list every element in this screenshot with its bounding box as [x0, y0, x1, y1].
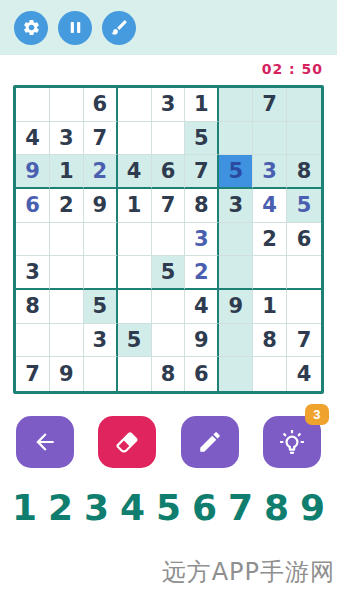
cell-r1c9[interactable] [287, 88, 321, 122]
cell-r6c1[interactable]: 3 [16, 256, 50, 290]
cell-r6c2[interactable] [50, 256, 84, 290]
cell-r4c3[interactable]: 9 [84, 189, 118, 223]
numpad-key-1[interactable]: 1 [12, 490, 37, 526]
cell-r2c5[interactable] [152, 122, 186, 156]
arrow-left-icon [32, 429, 58, 455]
cell-r6c8[interactable] [253, 256, 287, 290]
cell-r1c4[interactable] [118, 88, 152, 122]
cell-r9c9[interactable]: 4 [287, 357, 321, 391]
cell-r5c6[interactable]: 3 [185, 223, 219, 257]
cell-r1c6[interactable]: 1 [185, 88, 219, 122]
cell-r2c1[interactable]: 4 [16, 122, 50, 156]
top-toolbar [0, 0, 337, 55]
numpad-key-8[interactable]: 8 [264, 490, 289, 526]
cell-r8c5[interactable] [152, 324, 186, 358]
hint-button[interactable]: 3 [263, 416, 321, 468]
cell-r3c2[interactable]: 1 [50, 155, 84, 189]
cell-r9c1[interactable]: 7 [16, 357, 50, 391]
cell-r9c3[interactable] [84, 357, 118, 391]
cell-r7c9[interactable] [287, 290, 321, 324]
cell-r7c1[interactable]: 8 [16, 290, 50, 324]
cell-r1c1[interactable] [16, 88, 50, 122]
cell-r6c4[interactable] [118, 256, 152, 290]
numpad-key-3[interactable]: 3 [84, 490, 109, 526]
cell-r3c9[interactable]: 8 [287, 155, 321, 189]
cell-r5c2[interactable] [50, 223, 84, 257]
pencil-icon [197, 429, 223, 455]
cell-r9c4[interactable] [118, 357, 152, 391]
cell-r9c8[interactable] [253, 357, 287, 391]
cell-r1c2[interactable] [50, 88, 84, 122]
cell-r4c2[interactable]: 2 [50, 189, 84, 223]
cell-r1c5[interactable]: 3 [152, 88, 186, 122]
cell-r7c3[interactable]: 5 [84, 290, 118, 324]
cell-r2c9[interactable] [287, 122, 321, 156]
pause-icon [66, 18, 85, 37]
eraser-icon [114, 429, 140, 455]
number-pad: 1 2 3 4 5 6 7 8 9 [0, 490, 337, 526]
cell-r1c3[interactable]: 6 [84, 88, 118, 122]
cell-r8c2[interactable] [50, 324, 84, 358]
cell-r4c7[interactable]: 3 [219, 189, 253, 223]
timer-row: 02 : 50 [0, 55, 337, 83]
cell-r9c5[interactable]: 8 [152, 357, 186, 391]
cell-r5c8[interactable]: 2 [253, 223, 287, 257]
cell-r3c5[interactable]: 6 [152, 155, 186, 189]
paintbrush-icon [110, 18, 129, 37]
cell-r6c5[interactable]: 5 [152, 256, 186, 290]
cell-r9c2[interactable]: 9 [50, 357, 84, 391]
undo-button[interactable] [16, 416, 74, 468]
cell-r4c4[interactable]: 1 [118, 189, 152, 223]
cell-r8c1[interactable] [16, 324, 50, 358]
cell-r3c4[interactable]: 4 [118, 155, 152, 189]
sudoku-board: 6317437591246753862917834532635285491359… [13, 85, 324, 394]
cell-r3c3[interactable]: 2 [84, 155, 118, 189]
cell-r9c7[interactable] [219, 357, 253, 391]
cell-r5c1[interactable] [16, 223, 50, 257]
cell-r7c4[interactable] [118, 290, 152, 324]
numpad-key-7[interactable]: 7 [228, 490, 253, 526]
cell-r3c1[interactable]: 9 [16, 155, 50, 189]
cell-r3c6[interactable]: 7 [185, 155, 219, 189]
cell-r7c8[interactable]: 1 [253, 290, 287, 324]
cell-r7c5[interactable] [152, 290, 186, 324]
cell-r5c4[interactable] [118, 223, 152, 257]
watermark-text: 远方APP手游网 [162, 556, 335, 588]
cell-r4c1[interactable]: 6 [16, 189, 50, 223]
cell-r6c3[interactable] [84, 256, 118, 290]
cell-r2c6[interactable]: 5 [185, 122, 219, 156]
cell-r7c6[interactable]: 4 [185, 290, 219, 324]
cell-r5c3[interactable] [84, 223, 118, 257]
cell-r8c9[interactable]: 7 [287, 324, 321, 358]
cell-r6c6[interactable]: 2 [185, 256, 219, 290]
cell-r2c2[interactable]: 3 [50, 122, 84, 156]
cell-r9c6[interactable]: 6 [185, 357, 219, 391]
cell-r5c5[interactable] [152, 223, 186, 257]
cell-r2c7[interactable] [219, 122, 253, 156]
pause-button[interactable] [58, 11, 92, 45]
cell-r3c8[interactable]: 3 [253, 155, 287, 189]
cell-r4c5[interactable]: 7 [152, 189, 186, 223]
action-bar: 3 [0, 416, 337, 468]
numpad-key-6[interactable]: 6 [192, 490, 217, 526]
cell-r8c3[interactable]: 3 [84, 324, 118, 358]
cell-r3c7[interactable]: 5 [219, 155, 253, 189]
cell-r8c7[interactable] [219, 324, 253, 358]
cell-r4c8[interactable]: 4 [253, 189, 287, 223]
cell-r7c2[interactable] [50, 290, 84, 324]
cell-r8c8[interactable]: 8 [253, 324, 287, 358]
numpad-key-9[interactable]: 9 [300, 490, 325, 526]
cell-r8c4[interactable]: 5 [118, 324, 152, 358]
lightbulb-icon [279, 429, 305, 455]
erase-button[interactable] [98, 416, 156, 468]
cell-r2c3[interactable]: 7 [84, 122, 118, 156]
cell-r5c9[interactable]: 6 [287, 223, 321, 257]
cell-r1c8[interactable]: 7 [253, 88, 287, 122]
cell-r8c6[interactable]: 9 [185, 324, 219, 358]
notes-button[interactable] [181, 416, 239, 468]
hint-count-badge: 3 [305, 404, 329, 425]
cell-r1c7[interactable] [219, 88, 253, 122]
timer: 02 : 50 [262, 61, 323, 77]
numpad-key-2[interactable]: 2 [48, 490, 73, 526]
cell-r4c9[interactable]: 5 [287, 189, 321, 223]
gear-icon [22, 18, 41, 37]
cell-r5c7[interactable] [219, 223, 253, 257]
cell-r2c4[interactable] [118, 122, 152, 156]
theme-button[interactable] [102, 11, 136, 45]
cell-r2c8[interactable] [253, 122, 287, 156]
numpad-key-5[interactable]: 5 [156, 490, 181, 526]
cell-r4c6[interactable]: 8 [185, 189, 219, 223]
numpad-key-4[interactable]: 4 [120, 490, 145, 526]
cell-r6c9[interactable] [287, 256, 321, 290]
settings-button[interactable] [14, 11, 48, 45]
cell-r7c7[interactable]: 9 [219, 290, 253, 324]
cell-r6c7[interactable] [219, 256, 253, 290]
